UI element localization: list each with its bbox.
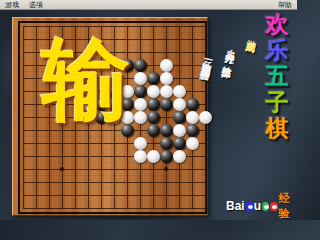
white-stone [134,150,147,163]
white-stone [147,85,160,98]
paw-dot-red-icon [270,202,277,211]
black-stone [160,137,173,150]
black-stone [134,85,147,98]
white-stone [134,98,147,111]
title-char: 乐 [263,37,291,63]
black-stone [147,124,160,137]
baidu-paw-icon [246,202,253,211]
black-stone [173,137,186,150]
white-stone [160,85,173,98]
white-stone [186,137,199,150]
black-stone [160,98,173,111]
paw-dot-green-icon [262,202,269,211]
star-point [164,167,168,171]
black-stone [147,72,160,85]
black-stone [147,98,160,111]
black-stone [186,98,199,111]
white-stone [173,85,186,98]
black-stone [186,124,199,137]
title-char: 欢 [263,11,291,37]
menu-item-游戏[interactable]: 游戏 [0,1,24,8]
white-stone [173,124,186,137]
white-stone [173,150,186,163]
black-stone [173,111,186,124]
black-stone [147,111,160,124]
black-stone [160,124,173,137]
black-stone [134,59,147,72]
white-stone [160,59,173,72]
menu-bar: 游戏选项 帮助 [0,0,297,10]
star-point [60,167,64,171]
black-stone [160,150,173,163]
rules-header: 游戏规则 [246,32,260,39]
menu-item-选项[interactable]: 选项 [24,1,48,8]
watermark-brand-right: u [254,199,261,213]
white-stone [134,111,147,124]
white-stone [147,150,160,163]
rule-line: 任一方向先连成五子者为胜 [200,52,215,67]
rule-line: 黑方先行，轮流弈子 [222,43,239,64]
watermark-brand-left: Bai [226,199,245,213]
title-char: 棋 [263,115,291,141]
title-char: 五 [263,63,291,89]
game-title-vertical: 欢乐五子棋 [263,11,293,141]
baidu-watermark: Bai u 经验 jingyan.baidu.com [226,191,296,220]
white-stone [134,137,147,150]
white-stone [160,72,173,85]
watermark-logo-row: Bai u 经验 [226,191,296,220]
menu-right-group: 帮助 [273,0,297,9]
title-char: 子 [263,89,291,115]
menu-left-group: 游戏选项 [0,0,48,9]
white-stone [199,111,212,124]
menu-item-帮助[interactable]: 帮助 [273,1,297,8]
white-stone [186,111,199,124]
result-overlay-lose: 输 [42,34,134,126]
watermark-brand-cn: 经验 [279,191,297,220]
white-stone [134,72,147,85]
white-stone [173,98,186,111]
